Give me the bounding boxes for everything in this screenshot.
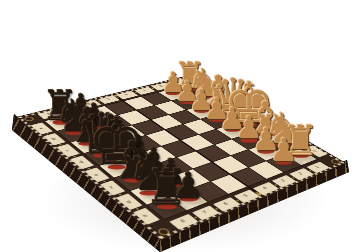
pieces-layer: ♜♞♝♛♚♝♞♜♟♟♟♟♟♟♟♟♟♟♟♟♟♟♟♟♜♞♝♛♚♝♞♜ [0, 0, 360, 252]
piece-black-rook-h8[interactable]: ♜ [145, 164, 189, 213]
chess-set-photo: 88aa77bb66cc55dd44ee33ff22gg11hh ♜♞♝♛♚♝♞… [0, 0, 360, 252]
piece-white-pawn-h2[interactable]: ♟ [270, 134, 299, 166]
